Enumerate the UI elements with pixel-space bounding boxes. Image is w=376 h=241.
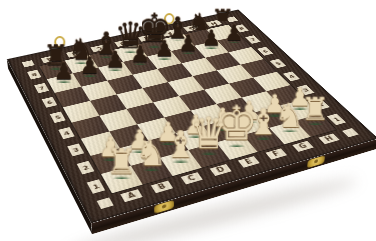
rank-label-right-8: 8 xyxy=(234,24,249,32)
rank-label-left-7: 7 xyxy=(34,83,49,93)
white-rook-icon: ♜ xyxy=(301,94,329,126)
file-label-far-d: D xyxy=(114,39,131,46)
piece-white-king-e1: ♚ xyxy=(221,92,252,147)
white-queen-icon: ♛ xyxy=(190,112,229,155)
file-label-far-c: C xyxy=(90,45,107,53)
white-rook-icon: ♜ xyxy=(106,145,137,180)
rank-label-left-8: 8 xyxy=(27,70,41,80)
piece-white-knight-b1: ♞ xyxy=(136,114,168,171)
white-pawn-icon: ♟ xyxy=(128,126,152,153)
piece-white-pawn-a2: ♟ xyxy=(95,105,126,161)
file-label-far-f: F xyxy=(161,29,178,36)
white-pawn-icon: ♟ xyxy=(184,112,207,138)
white-knight-icon: ♞ xyxy=(275,99,305,132)
white-pawn-icon: ♟ xyxy=(156,119,179,145)
rank-label-right-6: 6 xyxy=(257,47,273,56)
file-label-far-a: A xyxy=(41,55,58,63)
white-pawn-icon: ♟ xyxy=(238,98,261,123)
piece-white-rook-a1: ♜ xyxy=(105,122,137,180)
white-pawn-icon: ♟ xyxy=(99,134,123,161)
piece-white-pawn-b2: ♟ xyxy=(124,98,155,153)
white-knight-icon: ♞ xyxy=(136,136,168,171)
piece-white-pawn-c2: ♟ xyxy=(153,91,184,146)
rank-label-right-7: 7 xyxy=(245,35,261,44)
file-label-far-h: H xyxy=(205,20,222,27)
white-bishop-icon: ♝ xyxy=(248,104,280,140)
product-photo-stage: AABBCCDDEEFFGGHH8877665544332211 ♜♞♝♛♚♝♞… xyxy=(0,0,376,241)
white-king-icon: ♚ xyxy=(216,100,258,147)
file-label-far-b: B xyxy=(66,50,83,58)
border-corner-cell xyxy=(225,16,238,22)
chess-board: AABBCCDDEEFFGGHH8877665544332211 ♜♞♝♛♚♝♞… xyxy=(7,10,376,224)
border-corner-cell xyxy=(22,60,35,67)
piece-white-bishop-c1: ♝ xyxy=(165,107,196,163)
white-bishop-icon: ♝ xyxy=(164,126,197,163)
rank-label-right-3: 3 xyxy=(297,85,315,95)
rank-label-right-5: 5 xyxy=(270,59,287,68)
scene: AABBCCDDEEFFGGHH8877665544332211 ♜♞♝♛♚♝♞… xyxy=(0,0,376,241)
file-label-far-g: G xyxy=(183,25,200,32)
file-label-far-e: E xyxy=(138,34,155,41)
white-pawn-icon: ♟ xyxy=(211,105,234,131)
piece-white-queen-d1: ♛ xyxy=(194,99,225,154)
rank-label-right-4: 4 xyxy=(283,71,300,81)
